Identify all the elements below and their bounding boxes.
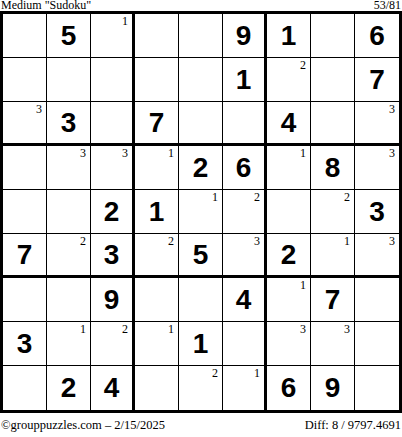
sudoku-cell[interactable] [355,322,399,366]
sudoku-cell[interactable]: 4 [223,278,267,322]
pencil-mark: 3 [389,147,395,159]
sudoku-cell[interactable]: 3 [91,234,135,278]
cell-value: 7 [149,109,165,137]
pencil-mark: 3 [389,103,395,115]
sudoku-cell[interactable]: 3 [3,322,47,366]
sudoku-cell[interactable]: 3 [223,234,267,278]
sudoku-cell[interactable]: 2 [311,190,355,234]
sudoku-cell[interactable]: 3 [311,322,355,366]
cell-value: 1 [281,22,297,50]
sudoku-cell[interactable] [47,190,91,234]
sudoku-cell[interactable] [179,278,223,322]
cell-value: 3 [61,109,77,137]
cell-value: 7 [369,66,385,94]
cell-value: 7 [325,286,341,314]
cell-value: 8 [325,154,341,182]
pencil-mark: 1 [80,323,86,335]
cell-value: 6 [281,374,297,402]
sudoku-cell[interactable]: 1 [47,322,91,366]
sudoku-cell[interactable]: 4 [267,102,311,146]
pencil-mark: 3 [344,323,350,335]
sudoku-cell[interactable]: 2 [179,146,223,190]
pencil-mark: 1 [344,235,350,247]
sudoku-cell[interactable] [3,58,47,102]
cell-value: 9 [104,286,120,314]
sudoku-cell[interactable]: 2 [223,190,267,234]
sudoku-cell[interactable]: 3 [355,234,399,278]
cell-value: 2 [104,198,120,226]
cell-value: 2 [61,374,77,402]
sudoku-cell[interactable]: 2 [179,366,223,410]
cell-value: 6 [236,154,252,182]
sudoku-cell[interactable]: 1 [179,190,223,234]
sudoku-cell[interactable] [267,190,311,234]
sudoku-cell[interactable]: 6 [355,14,399,58]
pencil-mark: 1 [300,279,306,291]
sudoku-cell[interactable]: 6 [267,366,311,410]
cell-value: 5 [61,22,77,50]
sudoku-cell[interactable]: 4 [91,366,135,410]
cell-value: 1 [236,66,252,94]
sudoku-grid: 5191612733743331261832112237232532139417… [0,11,402,413]
sudoku-cell[interactable] [179,58,223,102]
sudoku-cell[interactable] [3,190,47,234]
pencil-mark: 2 [212,367,218,379]
sudoku-cell[interactable]: 2 [267,234,311,278]
sudoku-cell[interactable] [47,278,91,322]
sudoku-cell[interactable]: 7 [135,102,179,146]
sudoku-cell[interactable] [311,14,355,58]
cell-value: 5 [193,241,209,269]
sudoku-cell[interactable]: 3 [3,102,47,146]
sudoku-cell[interactable] [223,322,267,366]
sudoku-cell[interactable] [91,58,135,102]
sudoku-cell[interactable]: 5 [47,14,91,58]
header: Medium "Sudoku" 53/81 [1,0,401,11]
sudoku-cell[interactable]: 1 [311,234,355,278]
sudoku-cell[interactable]: 3 [47,146,91,190]
cell-value: 9 [325,374,341,402]
sudoku-cell[interactable] [3,146,47,190]
sudoku-cell[interactable] [135,14,179,58]
sudoku-cell[interactable]: 2 [135,234,179,278]
sudoku-cell[interactable] [91,102,135,146]
cell-value: 4 [104,374,120,402]
pencil-mark: 2 [344,191,350,203]
sudoku-cell[interactable]: 6 [223,146,267,190]
sudoku-cell[interactable] [135,58,179,102]
sudoku-cell[interactable] [3,278,47,322]
pencil-mark: 2 [168,235,174,247]
sudoku-cell[interactable]: 7 [355,58,399,102]
sudoku-cell[interactable]: 1 [223,366,267,410]
sudoku-cell[interactable]: 1 [135,322,179,366]
sudoku-cell[interactable] [135,278,179,322]
cell-value: 2 [281,241,297,269]
cell-value: 1 [193,330,209,358]
sudoku-cell[interactable]: 9 [311,366,355,410]
cell-value: 7 [17,241,33,269]
cell-value: 2 [193,154,209,182]
sudoku-cell[interactable]: 2 [267,58,311,102]
sudoku-cell[interactable]: 1 [179,322,223,366]
cell-value: 6 [369,22,385,50]
sudoku-cell[interactable]: 1 [91,14,135,58]
sudoku-cell[interactable]: 3 [355,146,399,190]
pencil-mark: 2 [80,235,86,247]
cell-value: 4 [236,286,252,314]
cell-value: 1 [149,198,165,226]
sudoku-cell[interactable]: 7 [3,234,47,278]
sudoku-cell[interactable] [47,58,91,102]
pencil-mark: 3 [300,323,306,335]
pencil-mark: 3 [122,147,128,159]
sudoku-cell[interactable]: 2 [47,234,91,278]
pencil-mark: 3 [254,235,260,247]
pencil-mark: 1 [300,147,306,159]
pencil-mark: 2 [300,59,306,71]
pencil-mark: 1 [254,367,260,379]
copyright-text: ©grouppuzzles.com – 2/15/2025 [1,418,165,432]
sudoku-cell[interactable]: 1 [135,146,179,190]
pencil-mark: 1 [122,15,128,27]
sudoku-cell[interactable] [355,278,399,322]
sudoku-cell[interactable] [311,102,355,146]
difficulty-text: Diff: 8 / 9797.4691 [305,418,401,432]
sudoku-cell[interactable] [311,58,355,102]
sudoku-cell[interactable] [223,102,267,146]
sudoku-cell[interactable]: 7 [311,278,355,322]
pencil-mark: 2 [254,191,260,203]
sudoku-cell[interactable]: 3 [47,102,91,146]
pencil-mark: 1 [168,147,174,159]
sudoku-cell[interactable]: 2 [91,190,135,234]
sudoku-cell[interactable] [3,14,47,58]
cell-value: 3 [104,241,120,269]
cell-value: 4 [281,109,297,137]
empty-cell-counter: 53/81 [374,0,401,11]
pencil-mark: 3 [36,103,42,115]
sudoku-cell[interactable]: 3 [267,322,311,366]
sudoku-cell[interactable]: 3 [355,190,399,234]
sudoku-cell[interactable] [179,14,223,58]
pencil-mark: 1 [212,191,218,203]
cell-value: 3 [17,330,33,358]
sudoku-cell[interactable]: 9 [223,14,267,58]
cell-value: 9 [236,22,252,50]
footer: ©grouppuzzles.com – 2/15/2025 Diff: 8 / … [1,418,401,432]
pencil-mark: 3 [389,235,395,247]
sudoku-cell[interactable]: 1 [223,58,267,102]
sudoku-cell[interactable]: 3 [355,102,399,146]
sudoku-cell[interactable] [135,366,179,410]
pencil-mark: 1 [168,323,174,335]
sudoku-cell[interactable]: 1 [135,190,179,234]
pencil-mark: 2 [122,323,128,335]
pencil-mark: 3 [80,147,86,159]
sudoku-cell[interactable]: 5 [179,234,223,278]
sudoku-cell[interactable]: 2 [47,366,91,410]
sudoku-cell[interactable]: 1 [267,146,311,190]
sudoku-cell[interactable] [179,102,223,146]
sudoku-cell[interactable]: 1 [267,278,311,322]
sudoku-cell[interactable]: 1 [267,14,311,58]
sudoku-cell[interactable]: 2 [91,322,135,366]
sudoku-cell[interactable] [3,366,47,410]
page-title: Medium "Sudoku" [1,0,91,11]
sudoku-cell[interactable]: 3 [91,146,135,190]
sudoku-cell[interactable]: 8 [311,146,355,190]
cell-value: 3 [369,198,385,226]
sudoku-cell[interactable] [355,366,399,410]
sudoku-cell[interactable]: 9 [91,278,135,322]
